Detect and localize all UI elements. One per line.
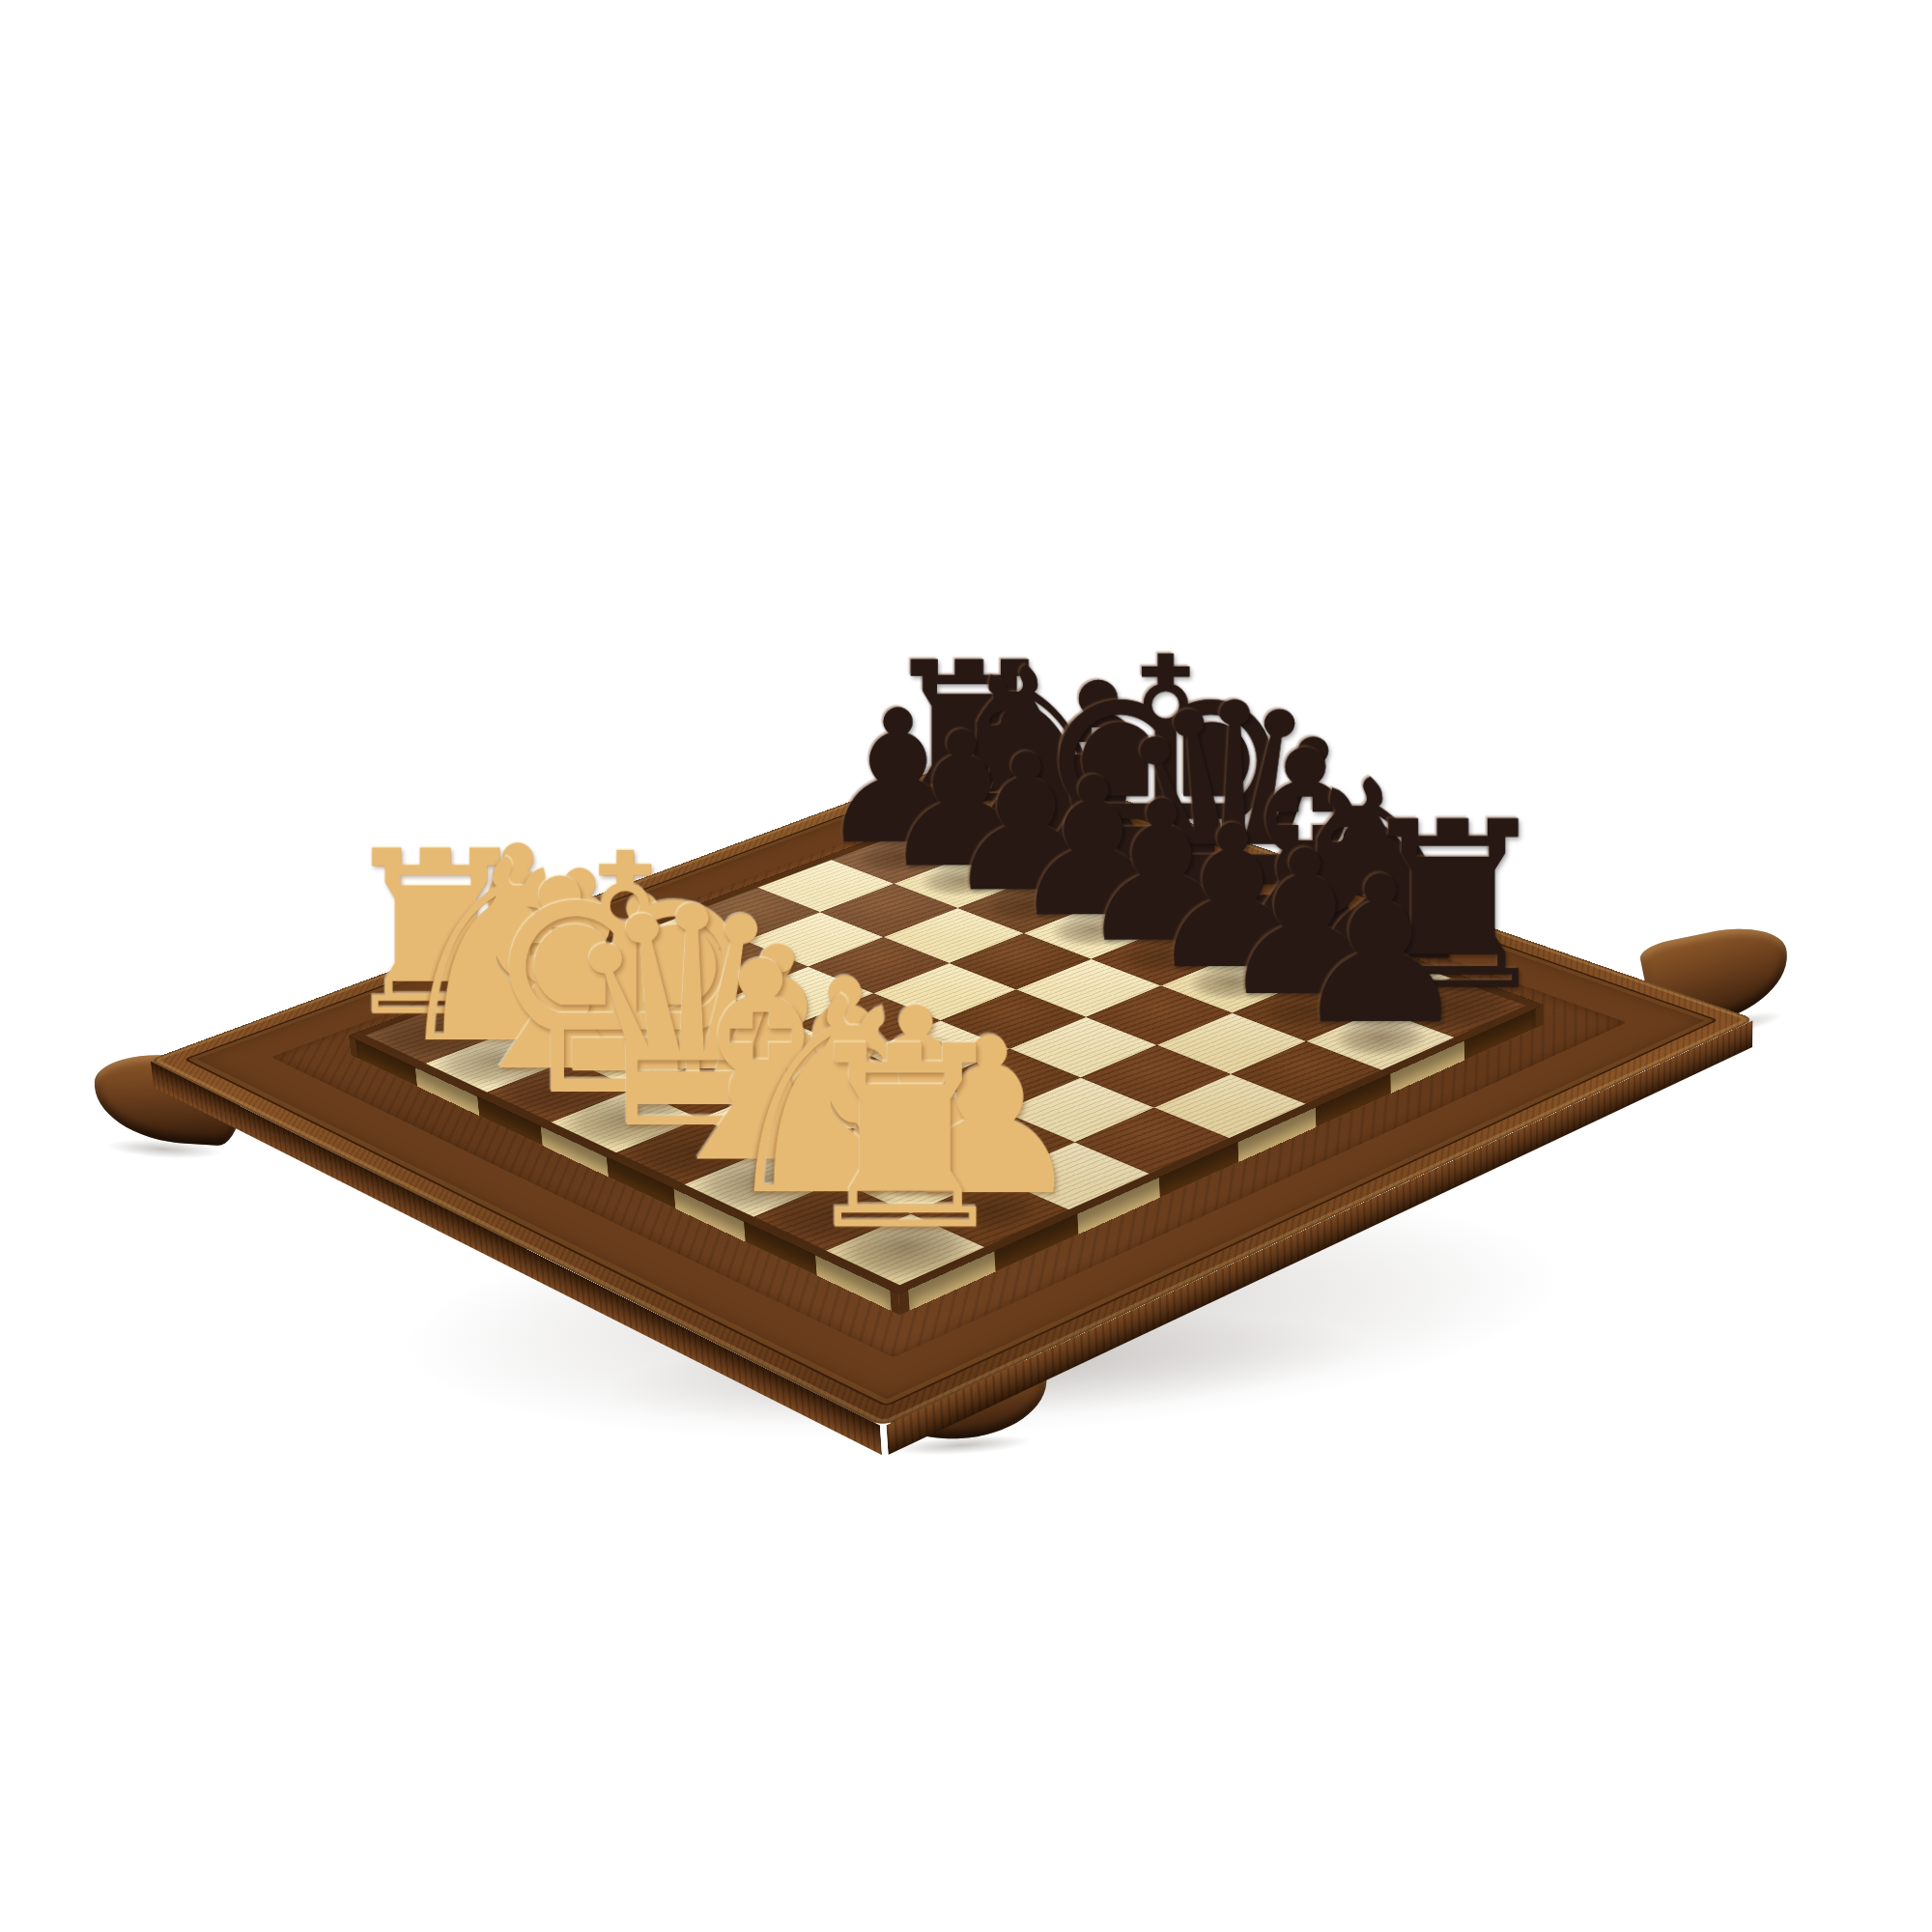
- white-rook-glyph: ♜: [792, 1014, 1018, 1266]
- board-perspective: ♜♞♝♚♛♝♞♜♟♟♟♟♟♟♟♟♟♟♟♟♟♟♟♟♜♞♝♚♛♝♞♜: [338, 437, 1546, 1644]
- black-pawn-glyph: ♟: [1290, 850, 1471, 1053]
- photo-background: ♜♞♝♚♛♝♞♜♟♟♟♟♟♟♟♟♟♟♟♟♟♟♟♟♜♞♝♚♛♝♞♜: [0, 0, 1932, 1932]
- chess-board: ♜♞♝♚♛♝♞♜♟♟♟♟♟♟♟♟♟♟♟♟♟♟♟♟♜♞♝♚♛♝♞♜: [149, 752, 1755, 1427]
- scene: ♜♞♝♚♛♝♞♜♟♟♟♟♟♟♟♟♟♟♟♟♟♟♟♟♜♞♝♚♛♝♞♜: [0, 0, 1932, 1932]
